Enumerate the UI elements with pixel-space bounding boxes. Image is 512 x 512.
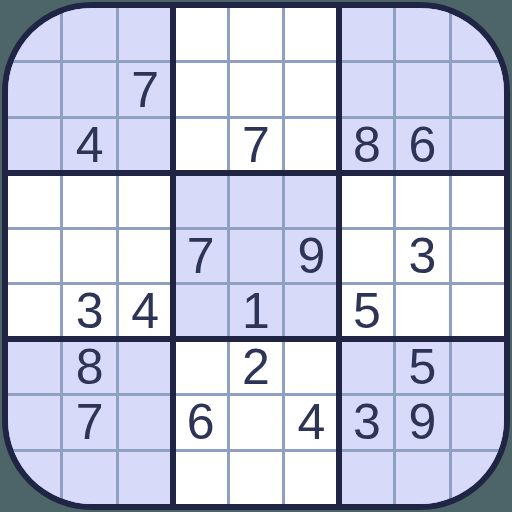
sudoku-grid: 74786793341582576439 [8,8,504,504]
block-divider-horizontal-2 [8,336,504,342]
cell-r5c8[interactable]: 3 [396,230,448,282]
cell-r8c1[interactable] [8,396,60,448]
cell-r1c7[interactable] [341,8,393,60]
block-divider-horizontal-1 [8,170,504,176]
cell-r8c2[interactable]: 7 [63,396,115,448]
cell-r5c7[interactable] [341,230,393,282]
cell-r5c5[interactable] [230,230,282,282]
cell-r6c8[interactable] [396,285,448,337]
cell-r8c5[interactable] [230,396,282,448]
cell-r6c7[interactable]: 5 [341,285,393,337]
cell-r9c5[interactable] [230,452,282,504]
cell-r6c5[interactable]: 1 [230,285,282,337]
cell-r9c6[interactable] [285,452,337,504]
cell-r7c1[interactable] [8,341,60,393]
cell-r2c5[interactable] [230,63,282,115]
cell-r3c6[interactable] [285,119,337,171]
cell-r9c9[interactable] [452,452,504,504]
cell-r3c4[interactable] [174,119,226,171]
cell-r4c6[interactable] [285,174,337,226]
cell-r3c3[interactable] [119,119,171,171]
cell-r1c6[interactable] [285,8,337,60]
cell-r6c3[interactable]: 4 [119,285,171,337]
cell-r7c5[interactable]: 2 [230,341,282,393]
cell-r1c4[interactable] [174,8,226,60]
cell-r3c5[interactable]: 7 [230,119,282,171]
cell-r2c7[interactable] [341,63,393,115]
cell-r6c9[interactable] [452,285,504,337]
cell-r3c2[interactable]: 4 [63,119,115,171]
cell-r8c9[interactable] [452,396,504,448]
cell-r8c6[interactable]: 4 [285,396,337,448]
cell-r3c7[interactable]: 8 [341,119,393,171]
cell-r5c2[interactable] [63,230,115,282]
cell-r6c4[interactable] [174,285,226,337]
cell-r4c4[interactable] [174,174,226,226]
cell-r8c8[interactable]: 9 [396,396,448,448]
cell-r9c4[interactable] [174,452,226,504]
cell-r2c8[interactable] [396,63,448,115]
cell-r3c9[interactable] [452,119,504,171]
cell-r8c3[interactable] [119,396,171,448]
cell-r5c1[interactable] [8,230,60,282]
cell-r7c8[interactable]: 5 [396,341,448,393]
cell-r9c3[interactable] [119,452,171,504]
cell-r1c1[interactable] [8,8,60,60]
cell-r7c9[interactable] [452,341,504,393]
cell-r6c1[interactable] [8,285,60,337]
cell-r4c9[interactable] [452,174,504,226]
cell-r7c7[interactable] [341,341,393,393]
cell-r9c8[interactable] [396,452,448,504]
cell-r1c9[interactable] [452,8,504,60]
cell-r1c3[interactable] [119,8,171,60]
cell-r4c3[interactable] [119,174,171,226]
cell-r7c4[interactable] [174,341,226,393]
block-divider-vertical-1 [170,8,176,504]
cell-r5c3[interactable] [119,230,171,282]
cell-r2c9[interactable] [452,63,504,115]
cell-r1c5[interactable] [230,8,282,60]
cell-r5c6[interactable]: 9 [285,230,337,282]
cell-r9c2[interactable] [63,452,115,504]
cell-r1c8[interactable] [396,8,448,60]
cell-r3c8[interactable]: 6 [396,119,448,171]
cell-r3c1[interactable] [8,119,60,171]
cell-r9c1[interactable] [8,452,60,504]
cell-r5c9[interactable] [452,230,504,282]
cell-r6c6[interactable] [285,285,337,337]
cell-r2c2[interactable] [63,63,115,115]
cell-r4c8[interactable] [396,174,448,226]
cell-r4c5[interactable] [230,174,282,226]
cell-r2c1[interactable] [8,63,60,115]
cell-r4c1[interactable] [8,174,60,226]
cell-r4c2[interactable] [63,174,115,226]
cell-r2c4[interactable] [174,63,226,115]
cell-r1c2[interactable] [63,8,115,60]
cell-r5c4[interactable]: 7 [174,230,226,282]
cell-r7c6[interactable] [285,341,337,393]
cell-r7c2[interactable]: 8 [63,341,115,393]
cell-r8c4[interactable]: 6 [174,396,226,448]
cell-r6c2[interactable]: 3 [63,285,115,337]
cell-r7c3[interactable] [119,341,171,393]
cell-r9c7[interactable] [341,452,393,504]
sudoku-board: 74786793341582576439 [2,2,510,510]
icon-background: 74786793341582576439 [0,0,512,512]
block-divider-vertical-2 [336,8,342,504]
cell-r2c3[interactable]: 7 [119,63,171,115]
cell-r4c7[interactable] [341,174,393,226]
cell-r8c7[interactable]: 3 [341,396,393,448]
cell-r2c6[interactable] [285,63,337,115]
